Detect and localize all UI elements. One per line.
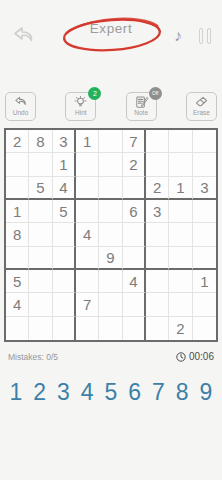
status-bar: Mistakes: 0/5 00:06 — [0, 351, 222, 362]
cell-r7c5[interactable] — [99, 270, 122, 293]
cell-r8c6[interactable] — [123, 293, 146, 316]
cell-r4c7[interactable]: 3 — [146, 200, 169, 223]
cell-r4c9[interactable] — [193, 200, 216, 223]
cell-r5c2[interactable] — [29, 223, 52, 246]
clock-icon — [176, 352, 186, 362]
numpad-3[interactable]: 3 — [55, 379, 73, 406]
cell-r3c8[interactable]: 1 — [169, 177, 192, 200]
pause-icon — [199, 28, 203, 44]
sudoku-grid: 2831712542131563849541472 — [4, 128, 218, 342]
hint-label: Hint — [75, 109, 87, 117]
cell-r6c3[interactable] — [53, 247, 76, 270]
cell-r7c1[interactable]: 5 — [6, 270, 29, 293]
note-toggle-badge: Off — [149, 87, 162, 100]
cell-r1c9[interactable] — [193, 130, 216, 153]
numpad-9[interactable]: 9 — [197, 379, 215, 406]
cell-r3c5[interactable] — [99, 177, 122, 200]
cell-r2c6[interactable]: 2 — [123, 153, 146, 176]
numpad-1[interactable]: 1 — [7, 379, 25, 406]
cell-r8c2[interactable] — [29, 293, 52, 316]
cell-r7c6[interactable]: 4 — [123, 270, 146, 293]
cell-r2c1[interactable] — [6, 153, 29, 176]
cell-r9c3[interactable] — [53, 317, 76, 340]
cell-r7c9[interactable]: 1 — [193, 270, 216, 293]
note-label: Note — [134, 109, 148, 117]
cell-r3c4[interactable] — [76, 177, 99, 200]
cell-r8c3[interactable] — [53, 293, 76, 316]
cell-r7c7[interactable] — [146, 270, 169, 293]
hint-bulb-icon — [73, 95, 88, 109]
music-button[interactable]: ♪ — [168, 26, 188, 46]
undo-button[interactable]: Undo — [5, 92, 36, 121]
cell-r6c2[interactable] — [29, 247, 52, 270]
cell-r7c8[interactable] — [169, 270, 192, 293]
cell-r8c9[interactable] — [193, 293, 216, 316]
cell-r8c7[interactable] — [146, 293, 169, 316]
cell-r3c9[interactable]: 3 — [193, 177, 216, 200]
cell-r1c1[interactable]: 2 — [6, 130, 29, 153]
numpad-8[interactable]: 8 — [173, 379, 191, 406]
cell-r9c4[interactable] — [76, 317, 99, 340]
cell-r9c8[interactable]: 2 — [169, 317, 192, 340]
undo-icon — [13, 95, 28, 109]
numpad-5[interactable]: 5 — [102, 379, 120, 406]
cell-r5c7[interactable] — [146, 223, 169, 246]
note-button[interactable]: Note Off — [126, 92, 157, 121]
cell-r7c3[interactable] — [53, 270, 76, 293]
cell-r2c7[interactable] — [146, 153, 169, 176]
cell-r9c9[interactable] — [193, 317, 216, 340]
numpad-6[interactable]: 6 — [126, 379, 144, 406]
timer: 00:06 — [189, 351, 214, 362]
cell-r4c3[interactable]: 5 — [53, 200, 76, 223]
cell-r7c4[interactable] — [76, 270, 99, 293]
cell-r6c1[interactable] — [6, 247, 29, 270]
cell-r3c6[interactable] — [123, 177, 146, 200]
cell-r1c4[interactable]: 1 — [76, 130, 99, 153]
mistakes-counter: Mistakes: 0/5 — [8, 352, 58, 362]
top-bar: Expert ♪ — [0, 0, 222, 56]
numpad-4[interactable]: 4 — [78, 379, 96, 406]
cell-r6c7[interactable] — [146, 247, 169, 270]
cell-r5c1[interactable]: 8 — [6, 223, 29, 246]
cell-r4c1[interactable]: 1 — [6, 200, 29, 223]
cell-r5c3[interactable] — [53, 223, 76, 246]
cell-r1c2[interactable]: 8 — [29, 130, 52, 153]
cell-r8c4[interactable]: 7 — [76, 293, 99, 316]
cell-r3c2[interactable]: 5 — [29, 177, 52, 200]
erase-label: Erase — [193, 109, 210, 117]
cell-r6c9[interactable] — [193, 247, 216, 270]
cell-r5c9[interactable] — [193, 223, 216, 246]
cell-r2c8[interactable] — [169, 153, 192, 176]
erase-button[interactable]: Erase — [186, 92, 217, 121]
cell-r6c5[interactable]: 9 — [99, 247, 122, 270]
number-pad: 1 2 3 4 5 6 7 8 9 — [0, 379, 222, 406]
cell-r6c8[interactable] — [169, 247, 192, 270]
cell-r2c2[interactable] — [29, 153, 52, 176]
cell-r1c5[interactable] — [99, 130, 122, 153]
cell-r2c5[interactable] — [99, 153, 122, 176]
numpad-2[interactable]: 2 — [31, 379, 49, 406]
cell-r6c4[interactable] — [76, 247, 99, 270]
cell-r9c6[interactable] — [123, 317, 146, 340]
cell-r4c6[interactable]: 6 — [123, 200, 146, 223]
cell-r4c5[interactable] — [99, 200, 122, 223]
pause-button[interactable] — [196, 28, 214, 45]
cell-r4c8[interactable] — [169, 200, 192, 223]
cell-r3c3[interactable]: 4 — [53, 177, 76, 200]
cell-r2c9[interactable] — [193, 153, 216, 176]
cell-r5c8[interactable] — [169, 223, 192, 246]
cell-r9c2[interactable] — [29, 317, 52, 340]
cell-r6c6[interactable] — [123, 247, 146, 270]
cell-r5c6[interactable] — [123, 223, 146, 246]
cell-r4c4[interactable] — [76, 200, 99, 223]
music-note-icon: ♪ — [174, 27, 182, 44]
cell-r5c5[interactable] — [99, 223, 122, 246]
cell-r9c1[interactable] — [6, 317, 29, 340]
cell-r3c1[interactable] — [6, 177, 29, 200]
cell-r2c3[interactable]: 1 — [53, 153, 76, 176]
cell-r7c2[interactable] — [29, 270, 52, 293]
cell-r8c5[interactable] — [99, 293, 122, 316]
cell-r2c4[interactable] — [76, 153, 99, 176]
cell-r5c4[interactable]: 4 — [76, 223, 99, 246]
cell-r8c1[interactable]: 4 — [6, 293, 29, 316]
cell-r3c7[interactable]: 2 — [146, 177, 169, 200]
cell-r8c8[interactable] — [169, 293, 192, 316]
numpad-7[interactable]: 7 — [150, 379, 168, 406]
toolbar: Undo Hint 2 Note Off Erase — [0, 92, 222, 121]
eraser-icon — [194, 95, 209, 109]
cell-r1c8[interactable] — [169, 130, 192, 153]
cell-r9c5[interactable] — [99, 317, 122, 340]
page-title: Expert — [90, 21, 133, 36]
cell-r4c2[interactable] — [29, 200, 52, 223]
hint-count-badge: 2 — [88, 87, 101, 100]
undo-label: Undo — [13, 109, 29, 117]
cell-r1c6[interactable]: 7 — [123, 130, 146, 153]
note-pencil-icon — [134, 95, 149, 109]
cell-r9c7[interactable] — [146, 317, 169, 340]
hint-button[interactable]: Hint 2 — [65, 92, 96, 121]
cell-r1c7[interactable] — [146, 130, 169, 153]
cell-r1c3[interactable]: 3 — [53, 130, 76, 153]
